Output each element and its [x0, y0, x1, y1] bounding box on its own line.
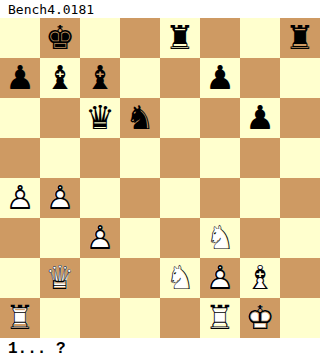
square-h4[interactable]: [280, 178, 320, 218]
square-e5[interactable]: [160, 138, 200, 178]
white-r-piece-fill: ♜: [0, 298, 40, 338]
black-r-piece: ♜: [160, 18, 200, 58]
white-n-piece: ♘: [200, 218, 240, 258]
square-a5[interactable]: [0, 138, 40, 178]
black-q-piece: ♛: [80, 98, 120, 138]
black-k-piece: ♚: [40, 18, 80, 58]
white-r-piece-fill: ♜: [200, 298, 240, 338]
square-h5[interactable]: [280, 138, 320, 178]
white-r-piece: ♖: [0, 298, 40, 338]
chess-board: ♚♜♜♟♝♝♟♛♞♟♟♙♟♙♟♙♞♘♛♕♞♘♟♙♝♗♜♖♜♖♚♔: [0, 18, 320, 338]
square-b5[interactable]: [40, 138, 80, 178]
white-b-piece-fill: ♝: [240, 258, 280, 298]
square-f6[interactable]: [200, 98, 240, 138]
white-r-piece: ♖: [200, 298, 240, 338]
square-c2[interactable]: [80, 258, 120, 298]
square-b4[interactable]: ♟♙: [40, 178, 80, 218]
square-e4[interactable]: [160, 178, 200, 218]
black-r-piece: ♜: [280, 18, 320, 58]
square-c4[interactable]: [80, 178, 120, 218]
square-f3[interactable]: ♞♘: [200, 218, 240, 258]
square-h7[interactable]: [280, 58, 320, 98]
square-h1[interactable]: [280, 298, 320, 338]
square-c6[interactable]: ♛: [80, 98, 120, 138]
square-c3[interactable]: ♟♙: [80, 218, 120, 258]
white-k-piece-fill: ♚: [240, 298, 280, 338]
white-p-piece: ♙: [80, 218, 120, 258]
square-e1[interactable]: [160, 298, 200, 338]
square-h3[interactable]: [280, 218, 320, 258]
square-b1[interactable]: [40, 298, 80, 338]
white-n-piece-fill: ♞: [160, 258, 200, 298]
square-a4[interactable]: ♟♙: [0, 178, 40, 218]
square-f5[interactable]: [200, 138, 240, 178]
white-p-piece: ♙: [200, 258, 240, 298]
white-p-piece-fill: ♟: [40, 178, 80, 218]
square-b6[interactable]: [40, 98, 80, 138]
white-k-piece: ♔: [240, 298, 280, 338]
square-g3[interactable]: [240, 218, 280, 258]
square-f4[interactable]: [200, 178, 240, 218]
square-c7[interactable]: ♝: [80, 58, 120, 98]
square-g7[interactable]: [240, 58, 280, 98]
square-c5[interactable]: [80, 138, 120, 178]
black-b-piece: ♝: [80, 58, 120, 98]
square-e7[interactable]: [160, 58, 200, 98]
black-p-piece: ♟: [200, 58, 240, 98]
black-n-piece: ♞: [120, 98, 160, 138]
square-d3[interactable]: [120, 218, 160, 258]
square-d2[interactable]: [120, 258, 160, 298]
black-b-piece: ♝: [40, 58, 80, 98]
white-p-piece-fill: ♟: [0, 178, 40, 218]
square-b2[interactable]: ♛♕: [40, 258, 80, 298]
square-g2[interactable]: ♝♗: [240, 258, 280, 298]
square-g6[interactable]: ♟: [240, 98, 280, 138]
white-q-piece-fill: ♛: [40, 258, 80, 298]
square-b3[interactable]: [40, 218, 80, 258]
square-d8[interactable]: [120, 18, 160, 58]
white-p-piece: ♙: [40, 178, 80, 218]
white-b-piece: ♗: [240, 258, 280, 298]
square-g8[interactable]: [240, 18, 280, 58]
white-n-piece-fill: ♞: [200, 218, 240, 258]
square-d7[interactable]: [120, 58, 160, 98]
square-d5[interactable]: [120, 138, 160, 178]
square-f2[interactable]: ♟♙: [200, 258, 240, 298]
square-g4[interactable]: [240, 178, 280, 218]
square-a6[interactable]: [0, 98, 40, 138]
square-f8[interactable]: [200, 18, 240, 58]
position-title: Bench4.0181: [0, 0, 320, 18]
square-c1[interactable]: [80, 298, 120, 338]
square-a2[interactable]: [0, 258, 40, 298]
square-f1[interactable]: ♜♖: [200, 298, 240, 338]
white-q-piece: ♕: [40, 258, 80, 298]
square-b8[interactable]: ♚: [40, 18, 80, 58]
white-p-piece-fill: ♟: [200, 258, 240, 298]
square-e3[interactable]: [160, 218, 200, 258]
square-e2[interactable]: ♞♘: [160, 258, 200, 298]
square-e8[interactable]: ♜: [160, 18, 200, 58]
square-h8[interactable]: ♜: [280, 18, 320, 58]
square-h6[interactable]: [280, 98, 320, 138]
square-a3[interactable]: [0, 218, 40, 258]
black-p-piece: ♟: [0, 58, 40, 98]
square-b7[interactable]: ♝: [40, 58, 80, 98]
square-e6[interactable]: [160, 98, 200, 138]
square-f7[interactable]: ♟: [200, 58, 240, 98]
white-p-piece-fill: ♟: [80, 218, 120, 258]
square-a1[interactable]: ♜♖: [0, 298, 40, 338]
square-g5[interactable]: [240, 138, 280, 178]
square-d4[interactable]: [120, 178, 160, 218]
white-p-piece: ♙: [0, 178, 40, 218]
square-d6[interactable]: ♞: [120, 98, 160, 138]
white-n-piece: ♘: [160, 258, 200, 298]
square-a8[interactable]: [0, 18, 40, 58]
square-a7[interactable]: ♟: [0, 58, 40, 98]
square-g1[interactable]: ♚♔: [240, 298, 280, 338]
square-d1[interactable]: [120, 298, 160, 338]
black-p-piece: ♟: [240, 98, 280, 138]
move-prompt: 1... ?: [0, 338, 320, 360]
square-c8[interactable]: [80, 18, 120, 58]
square-h2[interactable]: [280, 258, 320, 298]
